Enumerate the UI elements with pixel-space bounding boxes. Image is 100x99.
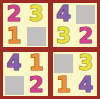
sudoku-box-bottom-right: 314 xyxy=(53,52,98,96)
given-digit-3: 3 xyxy=(56,26,71,47)
given-digit-4: 4 xyxy=(79,75,94,96)
given-digit-4: 4 xyxy=(7,53,22,74)
given-cell: 3 xyxy=(53,25,75,47)
empty-cell-square[interactable] xyxy=(76,5,95,24)
sudoku-board: 231 432 412 314 xyxy=(0,0,100,99)
given-digit-1: 1 xyxy=(29,53,44,74)
given-cell: 1 xyxy=(3,25,25,47)
given-cell: 3 xyxy=(25,3,47,25)
given-cell: 4 xyxy=(75,74,97,96)
given-digit-1: 1 xyxy=(7,26,22,47)
given-cell: 1 xyxy=(25,52,47,74)
empty-cell-square[interactable] xyxy=(27,27,46,46)
empty-cell-square[interactable] xyxy=(5,76,24,95)
given-digit-3: 3 xyxy=(29,4,44,25)
sudoku-box-bottom-left: 412 xyxy=(3,52,48,96)
sudoku-box-top-right: 432 xyxy=(53,3,98,47)
sudoku-box-top-left: 231 xyxy=(3,3,48,47)
given-cell: 4 xyxy=(3,52,25,74)
given-digit-2: 2 xyxy=(29,75,44,96)
given-digit-3: 3 xyxy=(79,53,94,74)
empty-cell[interactable] xyxy=(3,74,25,96)
empty-cell[interactable] xyxy=(25,25,47,47)
given-cell: 2 xyxy=(3,3,25,25)
given-cell: 2 xyxy=(75,25,97,47)
given-digit-2: 2 xyxy=(7,4,22,25)
given-digit-1: 1 xyxy=(56,75,71,96)
given-cell: 4 xyxy=(53,3,75,25)
given-cell: 1 xyxy=(53,74,75,96)
empty-cell[interactable] xyxy=(75,3,97,25)
empty-cell[interactable] xyxy=(53,52,75,74)
given-digit-2: 2 xyxy=(79,26,94,47)
empty-cell-square[interactable] xyxy=(54,54,73,73)
given-digit-4: 4 xyxy=(56,4,71,25)
given-cell: 2 xyxy=(25,74,47,96)
given-cell: 3 xyxy=(75,52,97,74)
